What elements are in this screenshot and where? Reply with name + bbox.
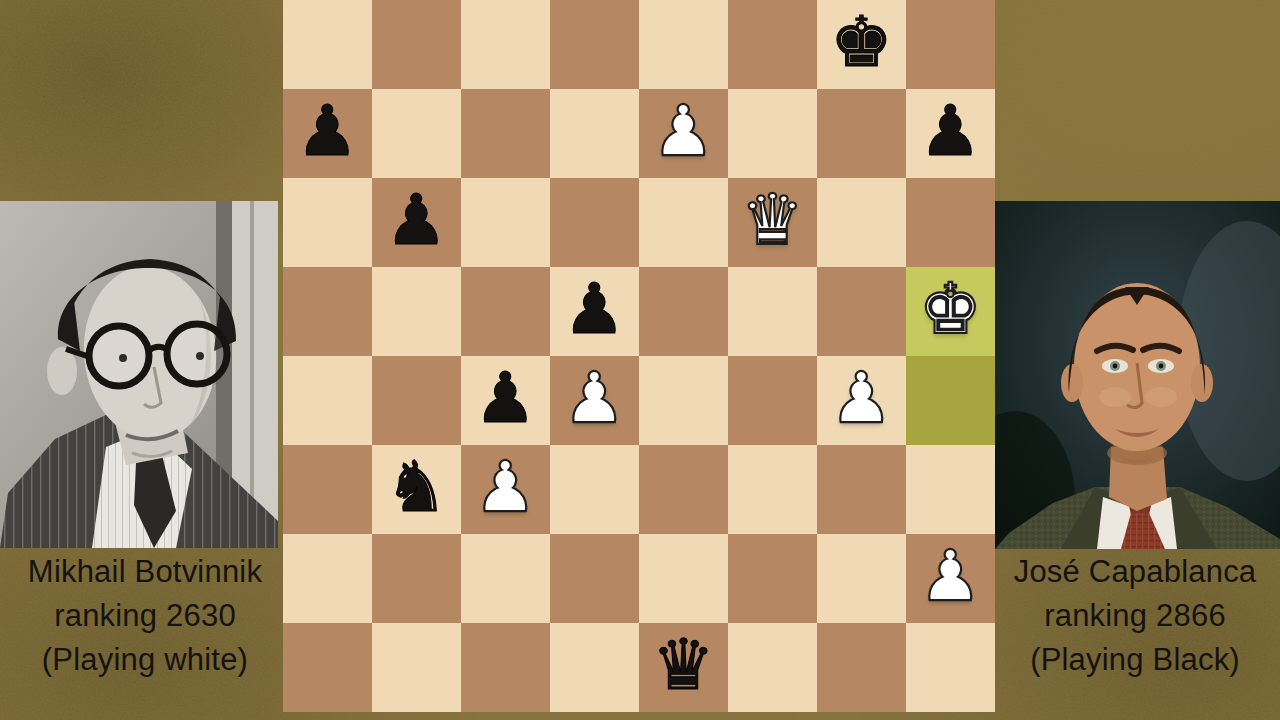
square-e5[interactable] <box>639 267 728 356</box>
square-c6[interactable] <box>461 178 550 267</box>
square-c5[interactable] <box>461 267 550 356</box>
square-f5[interactable] <box>728 267 817 356</box>
white-pawn[interactable]: ♟ <box>652 96 715 166</box>
black-pawn[interactable]: ♟ <box>474 363 537 433</box>
square-f1[interactable] <box>728 623 817 712</box>
square-e4[interactable] <box>639 356 728 445</box>
square-a1[interactable] <box>283 623 372 712</box>
square-f2[interactable] <box>728 534 817 623</box>
square-a3[interactable] <box>283 445 372 534</box>
capablanca-photo <box>995 201 1280 549</box>
square-b8[interactable] <box>372 0 461 89</box>
square-g5[interactable] <box>817 267 906 356</box>
black-pawn[interactable]: ♟ <box>296 96 359 166</box>
black-player-ranking: ranking 2866 <box>990 594 1280 638</box>
black-pawn[interactable]: ♟ <box>385 185 448 255</box>
square-a7[interactable]: ♟ <box>283 89 372 178</box>
black-pawn[interactable]: ♟ <box>919 96 982 166</box>
square-c2[interactable] <box>461 534 550 623</box>
square-d1[interactable] <box>550 623 639 712</box>
square-e6[interactable] <box>639 178 728 267</box>
white-pawn[interactable]: ♟ <box>919 541 982 611</box>
square-b7[interactable] <box>372 89 461 178</box>
black-pawn[interactable]: ♟ <box>563 274 626 344</box>
square-h5[interactable]: ♚ <box>906 267 995 356</box>
square-c8[interactable] <box>461 0 550 89</box>
square-h2[interactable]: ♟ <box>906 534 995 623</box>
botvinnik-photo <box>0 201 278 548</box>
thumbnail-stage: ♚♟♟♟♟♛♟♚♟♟♟♞♟♟♛ <box>0 0 1280 720</box>
square-b2[interactable] <box>372 534 461 623</box>
square-d5[interactable]: ♟ <box>550 267 639 356</box>
chess-board: ♚♟♟♟♟♛♟♚♟♟♟♞♟♟♛ <box>283 0 995 712</box>
square-g8[interactable]: ♚ <box>817 0 906 89</box>
black-player-side: (Playing Black) <box>990 638 1280 682</box>
square-d4[interactable]: ♟ <box>550 356 639 445</box>
white-queen[interactable]: ♛ <box>741 185 804 255</box>
square-h3[interactable] <box>906 445 995 534</box>
white-player-caption: Mikhail Botvinnik ranking 2630 (Playing … <box>0 550 290 682</box>
square-a8[interactable] <box>283 0 372 89</box>
square-c1[interactable] <box>461 623 550 712</box>
square-h1[interactable] <box>906 623 995 712</box>
square-f7[interactable] <box>728 89 817 178</box>
square-h8[interactable] <box>906 0 995 89</box>
square-b6[interactable]: ♟ <box>372 178 461 267</box>
square-c4[interactable]: ♟ <box>461 356 550 445</box>
square-f8[interactable] <box>728 0 817 89</box>
black-queen[interactable]: ♛ <box>652 630 715 700</box>
square-e8[interactable] <box>639 0 728 89</box>
square-e7[interactable]: ♟ <box>639 89 728 178</box>
square-g2[interactable] <box>817 534 906 623</box>
white-king[interactable]: ♚ <box>919 274 982 344</box>
square-c7[interactable] <box>461 89 550 178</box>
black-player-name: José Capablanca <box>990 550 1280 594</box>
square-h6[interactable] <box>906 178 995 267</box>
white-pawn[interactable]: ♟ <box>830 363 893 433</box>
black-player-caption: José Capablanca ranking 2866 (Playing Bl… <box>990 550 1280 682</box>
square-b5[interactable] <box>372 267 461 356</box>
square-g7[interactable] <box>817 89 906 178</box>
white-player-ranking: ranking 2630 <box>0 594 290 638</box>
square-a2[interactable] <box>283 534 372 623</box>
square-d6[interactable] <box>550 178 639 267</box>
square-b4[interactable] <box>372 356 461 445</box>
white-player-side: (Playing white) <box>0 638 290 682</box>
square-e2[interactable] <box>639 534 728 623</box>
square-a5[interactable] <box>283 267 372 356</box>
square-f4[interactable] <box>728 356 817 445</box>
white-player-name: Mikhail Botvinnik <box>0 550 290 594</box>
square-d7[interactable] <box>550 89 639 178</box>
square-g3[interactable] <box>817 445 906 534</box>
white-pawn[interactable]: ♟ <box>563 363 626 433</box>
square-d2[interactable] <box>550 534 639 623</box>
square-d3[interactable] <box>550 445 639 534</box>
square-b3[interactable]: ♞ <box>372 445 461 534</box>
square-c3[interactable]: ♟ <box>461 445 550 534</box>
square-a4[interactable] <box>283 356 372 445</box>
square-f6[interactable]: ♛ <box>728 178 817 267</box>
square-h4[interactable] <box>906 356 995 445</box>
white-pawn[interactable]: ♟ <box>474 452 537 522</box>
black-king[interactable]: ♚ <box>830 7 893 77</box>
square-a6[interactable] <box>283 178 372 267</box>
square-b1[interactable] <box>372 623 461 712</box>
square-f3[interactable] <box>728 445 817 534</box>
square-d8[interactable] <box>550 0 639 89</box>
square-g4[interactable]: ♟ <box>817 356 906 445</box>
square-h7[interactable]: ♟ <box>906 89 995 178</box>
square-g1[interactable] <box>817 623 906 712</box>
square-g6[interactable] <box>817 178 906 267</box>
square-e1[interactable]: ♛ <box>639 623 728 712</box>
square-e3[interactable] <box>639 445 728 534</box>
black-knight[interactable]: ♞ <box>385 452 448 522</box>
